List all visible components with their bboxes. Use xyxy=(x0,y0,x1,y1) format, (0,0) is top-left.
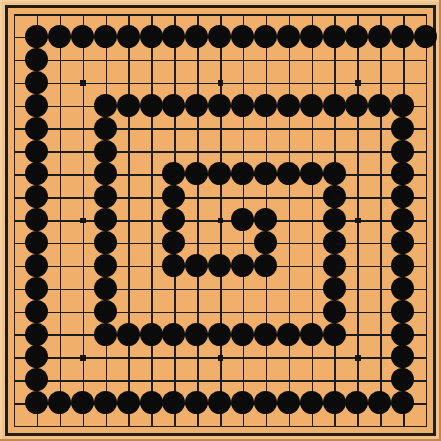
intersection-11-13[interactable] xyxy=(231,277,254,300)
intersection-11-7[interactable] xyxy=(231,140,254,163)
intersection-2-4[interactable] xyxy=(25,71,48,94)
intersection-7-2[interactable] xyxy=(140,25,163,48)
intersection-2-16[interactable] xyxy=(25,345,48,368)
intersection-14-8[interactable] xyxy=(300,162,323,185)
intersection-1-2[interactable] xyxy=(2,25,25,48)
intersection-1-9[interactable] xyxy=(2,185,25,208)
intersection-3-11[interactable] xyxy=(48,231,71,254)
intersection-16-2[interactable] xyxy=(345,25,368,48)
intersection-7-3[interactable] xyxy=(140,48,163,71)
intersection-5-17[interactable] xyxy=(94,368,117,391)
intersection-9-6[interactable] xyxy=(185,117,208,140)
intersection-7-13[interactable] xyxy=(140,277,163,300)
intersection-4-10[interactable] xyxy=(71,208,94,231)
intersection-3-7[interactable] xyxy=(48,140,71,163)
intersection-5-4[interactable] xyxy=(94,71,117,94)
intersection-1-3[interactable] xyxy=(2,48,25,71)
intersection-7-10[interactable] xyxy=(140,208,163,231)
intersection-10-1[interactable] xyxy=(208,2,231,25)
intersection-9-7[interactable] xyxy=(185,140,208,163)
intersection-18-7[interactable] xyxy=(391,140,414,163)
intersection-14-16[interactable] xyxy=(300,345,323,368)
intersection-13-8[interactable] xyxy=(277,162,300,185)
intersection-1-5[interactable] xyxy=(2,94,25,117)
intersection-2-17[interactable] xyxy=(25,368,48,391)
intersection-13-1[interactable] xyxy=(277,2,300,25)
intersection-10-6[interactable] xyxy=(208,117,231,140)
intersection-18-2[interactable] xyxy=(391,25,414,48)
intersection-19-1[interactable] xyxy=(414,2,437,25)
intersection-19-17[interactable] xyxy=(414,368,437,391)
intersection-18-6[interactable] xyxy=(391,117,414,140)
intersection-16-5[interactable] xyxy=(345,94,368,117)
intersection-2-14[interactable] xyxy=(25,300,48,323)
intersection-1-19[interactable] xyxy=(2,414,25,437)
intersection-4-2[interactable] xyxy=(71,25,94,48)
intersection-13-10[interactable] xyxy=(277,208,300,231)
intersection-19-13[interactable] xyxy=(414,277,437,300)
intersection-13-3[interactable] xyxy=(277,48,300,71)
intersection-2-11[interactable] xyxy=(25,231,48,254)
intersection-16-11[interactable] xyxy=(345,231,368,254)
intersection-4-1[interactable] xyxy=(71,2,94,25)
intersection-17-16[interactable] xyxy=(368,345,391,368)
intersection-4-4[interactable] xyxy=(71,71,94,94)
intersection-9-16[interactable] xyxy=(185,345,208,368)
intersection-5-13[interactable] xyxy=(94,277,117,300)
intersection-4-12[interactable] xyxy=(71,254,94,277)
intersection-3-19[interactable] xyxy=(48,414,71,437)
intersection-13-2[interactable] xyxy=(277,25,300,48)
intersection-16-7[interactable] xyxy=(345,140,368,163)
intersection-15-2[interactable] xyxy=(323,25,346,48)
intersection-6-14[interactable] xyxy=(117,300,140,323)
intersection-11-2[interactable] xyxy=(231,25,254,48)
intersection-1-11[interactable] xyxy=(2,231,25,254)
intersection-4-17[interactable] xyxy=(71,368,94,391)
intersection-13-19[interactable] xyxy=(277,414,300,437)
intersection-15-14[interactable] xyxy=(323,300,346,323)
intersection-5-18[interactable] xyxy=(94,391,117,414)
intersection-9-19[interactable] xyxy=(185,414,208,437)
intersection-5-1[interactable] xyxy=(94,2,117,25)
intersection-12-2[interactable] xyxy=(254,25,277,48)
intersection-3-15[interactable] xyxy=(48,323,71,346)
intersection-7-19[interactable] xyxy=(140,414,163,437)
intersection-3-16[interactable] xyxy=(48,345,71,368)
intersection-8-8[interactable] xyxy=(162,162,185,185)
intersection-16-6[interactable] xyxy=(345,117,368,140)
intersection-2-5[interactable] xyxy=(25,94,48,117)
intersection-6-9[interactable] xyxy=(117,185,140,208)
intersection-16-14[interactable] xyxy=(345,300,368,323)
intersection-10-8[interactable] xyxy=(208,162,231,185)
intersection-5-5[interactable] xyxy=(94,94,117,117)
intersection-9-18[interactable] xyxy=(185,391,208,414)
intersection-15-19[interactable] xyxy=(323,414,346,437)
intersection-14-18[interactable] xyxy=(300,391,323,414)
intersection-10-3[interactable] xyxy=(208,48,231,71)
intersection-15-13[interactable] xyxy=(323,277,346,300)
intersection-8-9[interactable] xyxy=(162,185,185,208)
intersection-9-10[interactable] xyxy=(185,208,208,231)
intersection-1-12[interactable] xyxy=(2,254,25,277)
intersection-1-7[interactable] xyxy=(2,140,25,163)
intersection-18-3[interactable] xyxy=(391,48,414,71)
intersection-3-14[interactable] xyxy=(48,300,71,323)
intersection-7-5[interactable] xyxy=(140,94,163,117)
intersection-15-10[interactable] xyxy=(323,208,346,231)
intersection-13-13[interactable] xyxy=(277,277,300,300)
intersection-5-9[interactable] xyxy=(94,185,117,208)
intersection-7-14[interactable] xyxy=(140,300,163,323)
intersection-13-14[interactable] xyxy=(277,300,300,323)
intersection-13-12[interactable] xyxy=(277,254,300,277)
intersection-12-16[interactable] xyxy=(254,345,277,368)
intersection-3-4[interactable] xyxy=(48,71,71,94)
intersection-17-7[interactable] xyxy=(368,140,391,163)
intersection-18-15[interactable] xyxy=(391,323,414,346)
intersection-12-7[interactable] xyxy=(254,140,277,163)
intersection-6-4[interactable] xyxy=(117,71,140,94)
intersection-15-15[interactable] xyxy=(323,323,346,346)
intersection-17-5[interactable] xyxy=(368,94,391,117)
intersection-2-12[interactable] xyxy=(25,254,48,277)
intersection-19-4[interactable] xyxy=(414,71,437,94)
intersection-5-8[interactable] xyxy=(94,162,117,185)
intersection-1-6[interactable] xyxy=(2,117,25,140)
intersection-15-7[interactable] xyxy=(323,140,346,163)
intersection-11-14[interactable] xyxy=(231,300,254,323)
intersection-9-15[interactable] xyxy=(185,323,208,346)
intersection-6-18[interactable] xyxy=(117,391,140,414)
intersection-13-16[interactable] xyxy=(277,345,300,368)
intersection-7-8[interactable] xyxy=(140,162,163,185)
intersection-5-7[interactable] xyxy=(94,140,117,163)
intersection-10-11[interactable] xyxy=(208,231,231,254)
intersection-3-17[interactable] xyxy=(48,368,71,391)
intersection-7-16[interactable] xyxy=(140,345,163,368)
intersection-3-13[interactable] xyxy=(48,277,71,300)
intersection-5-6[interactable] xyxy=(94,117,117,140)
intersection-18-14[interactable] xyxy=(391,300,414,323)
intersection-9-11[interactable] xyxy=(185,231,208,254)
intersection-2-8[interactable] xyxy=(25,162,48,185)
intersection-9-5[interactable] xyxy=(185,94,208,117)
intersection-5-10[interactable] xyxy=(94,208,117,231)
intersection-2-3[interactable] xyxy=(25,48,48,71)
intersection-10-15[interactable] xyxy=(208,323,231,346)
intersection-16-15[interactable] xyxy=(345,323,368,346)
intersection-7-4[interactable] xyxy=(140,71,163,94)
intersection-12-13[interactable] xyxy=(254,277,277,300)
intersection-9-9[interactable] xyxy=(185,185,208,208)
intersection-5-11[interactable] xyxy=(94,231,117,254)
intersection-7-15[interactable] xyxy=(140,323,163,346)
intersection-18-1[interactable] xyxy=(391,2,414,25)
intersection-1-8[interactable] xyxy=(2,162,25,185)
intersection-19-16[interactable] xyxy=(414,345,437,368)
intersection-12-18[interactable] xyxy=(254,391,277,414)
intersection-14-15[interactable] xyxy=(300,323,323,346)
intersection-9-13[interactable] xyxy=(185,277,208,300)
intersection-8-18[interactable] xyxy=(162,391,185,414)
intersection-14-6[interactable] xyxy=(300,117,323,140)
intersection-17-18[interactable] xyxy=(368,391,391,414)
intersection-8-5[interactable] xyxy=(162,94,185,117)
intersection-9-3[interactable] xyxy=(185,48,208,71)
intersection-15-5[interactable] xyxy=(323,94,346,117)
intersection-4-6[interactable] xyxy=(71,117,94,140)
intersection-2-1[interactable] xyxy=(25,2,48,25)
intersection-16-17[interactable] xyxy=(345,368,368,391)
intersection-11-6[interactable] xyxy=(231,117,254,140)
intersection-3-8[interactable] xyxy=(48,162,71,185)
intersection-8-7[interactable] xyxy=(162,140,185,163)
intersection-19-5[interactable] xyxy=(414,94,437,117)
intersection-3-2[interactable] xyxy=(48,25,71,48)
intersection-18-19[interactable] xyxy=(391,414,414,437)
intersection-19-8[interactable] xyxy=(414,162,437,185)
intersection-7-12[interactable] xyxy=(140,254,163,277)
intersection-18-5[interactable] xyxy=(391,94,414,117)
intersection-11-9[interactable] xyxy=(231,185,254,208)
intersection-19-18[interactable] xyxy=(414,391,437,414)
intersection-4-13[interactable] xyxy=(71,277,94,300)
intersection-3-10[interactable] xyxy=(48,208,71,231)
intersection-16-16[interactable] xyxy=(345,345,368,368)
intersection-16-10[interactable] xyxy=(345,208,368,231)
intersection-12-15[interactable] xyxy=(254,323,277,346)
intersection-5-3[interactable] xyxy=(94,48,117,71)
intersection-14-14[interactable] xyxy=(300,300,323,323)
intersection-10-2[interactable] xyxy=(208,25,231,48)
intersection-12-8[interactable] xyxy=(254,162,277,185)
intersection-4-15[interactable] xyxy=(71,323,94,346)
intersection-19-3[interactable] xyxy=(414,48,437,71)
intersection-13-5[interactable] xyxy=(277,94,300,117)
intersection-8-13[interactable] xyxy=(162,277,185,300)
intersection-14-2[interactable] xyxy=(300,25,323,48)
intersection-12-3[interactable] xyxy=(254,48,277,71)
intersection-16-12[interactable] xyxy=(345,254,368,277)
intersection-3-9[interactable] xyxy=(48,185,71,208)
intersection-7-17[interactable] xyxy=(140,368,163,391)
intersection-10-7[interactable] xyxy=(208,140,231,163)
intersection-4-14[interactable] xyxy=(71,300,94,323)
intersection-11-4[interactable] xyxy=(231,71,254,94)
intersection-6-11[interactable] xyxy=(117,231,140,254)
intersection-11-19[interactable] xyxy=(231,414,254,437)
intersection-16-3[interactable] xyxy=(345,48,368,71)
intersection-4-16[interactable] xyxy=(71,345,94,368)
intersection-1-18[interactable] xyxy=(2,391,25,414)
intersection-10-16[interactable] xyxy=(208,345,231,368)
intersection-6-2[interactable] xyxy=(117,25,140,48)
intersection-10-5[interactable] xyxy=(208,94,231,117)
intersection-6-17[interactable] xyxy=(117,368,140,391)
intersection-1-15[interactable] xyxy=(2,323,25,346)
intersection-3-1[interactable] xyxy=(48,2,71,25)
intersection-17-6[interactable] xyxy=(368,117,391,140)
intersection-14-17[interactable] xyxy=(300,368,323,391)
intersection-19-14[interactable] xyxy=(414,300,437,323)
intersection-15-3[interactable] xyxy=(323,48,346,71)
intersection-17-13[interactable] xyxy=(368,277,391,300)
intersection-4-18[interactable] xyxy=(71,391,94,414)
intersection-17-2[interactable] xyxy=(368,25,391,48)
intersection-14-4[interactable] xyxy=(300,71,323,94)
intersection-16-9[interactable] xyxy=(345,185,368,208)
intersection-14-3[interactable] xyxy=(300,48,323,71)
intersection-8-3[interactable] xyxy=(162,48,185,71)
intersection-9-14[interactable] xyxy=(185,300,208,323)
intersection-13-18[interactable] xyxy=(277,391,300,414)
intersection-17-1[interactable] xyxy=(368,2,391,25)
intersection-18-17[interactable] xyxy=(391,368,414,391)
intersection-9-4[interactable] xyxy=(185,71,208,94)
intersection-6-8[interactable] xyxy=(117,162,140,185)
intersection-7-1[interactable] xyxy=(140,2,163,25)
intersection-11-12[interactable] xyxy=(231,254,254,277)
intersection-17-9[interactable] xyxy=(368,185,391,208)
intersection-13-17[interactable] xyxy=(277,368,300,391)
intersection-9-1[interactable] xyxy=(185,2,208,25)
intersection-6-7[interactable] xyxy=(117,140,140,163)
intersection-12-1[interactable] xyxy=(254,2,277,25)
intersection-14-12[interactable] xyxy=(300,254,323,277)
intersection-17-17[interactable] xyxy=(368,368,391,391)
intersection-11-17[interactable] xyxy=(231,368,254,391)
intersection-8-2[interactable] xyxy=(162,25,185,48)
intersection-15-6[interactable] xyxy=(323,117,346,140)
intersection-3-3[interactable] xyxy=(48,48,71,71)
intersection-11-11[interactable] xyxy=(231,231,254,254)
intersection-10-4[interactable] xyxy=(208,71,231,94)
intersection-13-9[interactable] xyxy=(277,185,300,208)
intersection-6-15[interactable] xyxy=(117,323,140,346)
intersection-4-3[interactable] xyxy=(71,48,94,71)
intersection-10-13[interactable] xyxy=(208,277,231,300)
intersection-17-3[interactable] xyxy=(368,48,391,71)
intersection-1-13[interactable] xyxy=(2,277,25,300)
intersection-14-10[interactable] xyxy=(300,208,323,231)
intersection-15-8[interactable] xyxy=(323,162,346,185)
intersection-16-18[interactable] xyxy=(345,391,368,414)
intersection-18-4[interactable] xyxy=(391,71,414,94)
intersection-8-10[interactable] xyxy=(162,208,185,231)
intersection-6-13[interactable] xyxy=(117,277,140,300)
intersection-17-14[interactable] xyxy=(368,300,391,323)
intersection-9-12[interactable] xyxy=(185,254,208,277)
intersection-11-8[interactable] xyxy=(231,162,254,185)
intersection-12-10[interactable] xyxy=(254,208,277,231)
intersection-6-1[interactable] xyxy=(117,2,140,25)
intersection-6-12[interactable] xyxy=(117,254,140,277)
intersection-16-4[interactable] xyxy=(345,71,368,94)
intersection-14-7[interactable] xyxy=(300,140,323,163)
intersection-15-16[interactable] xyxy=(323,345,346,368)
intersection-2-15[interactable] xyxy=(25,323,48,346)
intersection-13-15[interactable] xyxy=(277,323,300,346)
intersection-12-12[interactable] xyxy=(254,254,277,277)
intersection-7-11[interactable] xyxy=(140,231,163,254)
intersection-18-9[interactable] xyxy=(391,185,414,208)
intersection-10-9[interactable] xyxy=(208,185,231,208)
intersection-8-11[interactable] xyxy=(162,231,185,254)
intersection-9-17[interactable] xyxy=(185,368,208,391)
intersection-10-12[interactable] xyxy=(208,254,231,277)
intersection-7-9[interactable] xyxy=(140,185,163,208)
intersection-15-9[interactable] xyxy=(323,185,346,208)
intersection-17-4[interactable] xyxy=(368,71,391,94)
intersection-19-10[interactable] xyxy=(414,208,437,231)
intersection-6-6[interactable] xyxy=(117,117,140,140)
intersection-17-12[interactable] xyxy=(368,254,391,277)
intersection-13-7[interactable] xyxy=(277,140,300,163)
intersection-8-14[interactable] xyxy=(162,300,185,323)
intersection-6-19[interactable] xyxy=(117,414,140,437)
intersection-2-2[interactable] xyxy=(25,25,48,48)
intersection-5-15[interactable] xyxy=(94,323,117,346)
intersection-17-11[interactable] xyxy=(368,231,391,254)
intersection-5-12[interactable] xyxy=(94,254,117,277)
intersection-18-16[interactable] xyxy=(391,345,414,368)
intersection-3-5[interactable] xyxy=(48,94,71,117)
intersection-2-18[interactable] xyxy=(25,391,48,414)
intersection-8-1[interactable] xyxy=(162,2,185,25)
intersection-15-4[interactable] xyxy=(323,71,346,94)
intersection-6-16[interactable] xyxy=(117,345,140,368)
intersection-12-9[interactable] xyxy=(254,185,277,208)
intersection-18-12[interactable] xyxy=(391,254,414,277)
intersection-4-7[interactable] xyxy=(71,140,94,163)
intersection-2-10[interactable] xyxy=(25,208,48,231)
intersection-15-11[interactable] xyxy=(323,231,346,254)
intersection-6-5[interactable] xyxy=(117,94,140,117)
intersection-2-6[interactable] xyxy=(25,117,48,140)
intersection-19-9[interactable] xyxy=(414,185,437,208)
intersection-2-9[interactable] xyxy=(25,185,48,208)
intersection-2-7[interactable] xyxy=(25,140,48,163)
intersection-1-4[interactable] xyxy=(2,71,25,94)
intersection-2-13[interactable] xyxy=(25,277,48,300)
intersection-10-18[interactable] xyxy=(208,391,231,414)
intersection-7-7[interactable] xyxy=(140,140,163,163)
intersection-14-11[interactable] xyxy=(300,231,323,254)
intersection-19-2[interactable] xyxy=(414,25,437,48)
intersection-12-4[interactable] xyxy=(254,71,277,94)
intersection-13-6[interactable] xyxy=(277,117,300,140)
intersection-19-7[interactable] xyxy=(414,140,437,163)
intersection-15-1[interactable] xyxy=(323,2,346,25)
intersection-5-16[interactable] xyxy=(94,345,117,368)
intersection-6-10[interactable] xyxy=(117,208,140,231)
intersection-5-19[interactable] xyxy=(94,414,117,437)
intersection-11-3[interactable] xyxy=(231,48,254,71)
intersection-11-18[interactable] xyxy=(231,391,254,414)
intersection-1-16[interactable] xyxy=(2,345,25,368)
intersection-4-11[interactable] xyxy=(71,231,94,254)
intersection-12-14[interactable] xyxy=(254,300,277,323)
intersection-3-6[interactable] xyxy=(48,117,71,140)
intersection-17-8[interactable] xyxy=(368,162,391,185)
intersection-1-1[interactable] xyxy=(2,2,25,25)
intersection-14-9[interactable] xyxy=(300,185,323,208)
intersection-16-8[interactable] xyxy=(345,162,368,185)
intersection-8-4[interactable] xyxy=(162,71,185,94)
intersection-18-18[interactable] xyxy=(391,391,414,414)
